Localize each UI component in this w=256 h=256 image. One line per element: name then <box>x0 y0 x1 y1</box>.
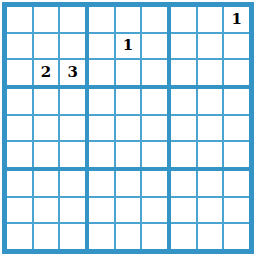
sudoku-cell-r7c2[interactable] <box>34 171 59 196</box>
sudoku-cell-r8c6[interactable] <box>142 198 167 223</box>
sudoku-cell-r1c1[interactable] <box>7 7 32 32</box>
sudoku-cell-r2c8[interactable] <box>198 34 223 59</box>
sudoku-box-r2c1 <box>7 89 85 167</box>
sudoku-cell-r4c5[interactable] <box>116 89 141 114</box>
sudoku-cell-r6c6[interactable] <box>142 142 167 167</box>
sudoku-cell-r1c4[interactable] <box>89 7 114 32</box>
sudoku-box-r1c2: 1 <box>89 7 167 85</box>
sudoku-cell-r9c5[interactable] <box>116 224 141 249</box>
sudoku-cell-r4c7[interactable] <box>171 89 196 114</box>
sudoku-cell-r2c3[interactable] <box>60 34 85 59</box>
sudoku-cell-r7c7[interactable] <box>171 171 196 196</box>
sudoku-cell-r3c6[interactable] <box>142 60 167 85</box>
sudoku-box-r2c2 <box>89 89 167 167</box>
sudoku-box-r3c3 <box>171 171 249 249</box>
sudoku-cell-r5c1[interactable] <box>7 116 32 141</box>
sudoku-cell-r1c6[interactable] <box>142 7 167 32</box>
sudoku-cell-r4c6[interactable] <box>142 89 167 114</box>
sudoku-cell-r6c4[interactable] <box>89 142 114 167</box>
sudoku-cell-r5c7[interactable] <box>171 116 196 141</box>
sudoku-cell-r1c5[interactable] <box>116 7 141 32</box>
sudoku-cell-r4c4[interactable] <box>89 89 114 114</box>
sudoku-cell-r9c8[interactable] <box>198 224 223 249</box>
sudoku-cell-r1c2[interactable] <box>34 7 59 32</box>
sudoku-cell-r4c3[interactable] <box>60 89 85 114</box>
sudoku-cell-r2c7[interactable] <box>171 34 196 59</box>
sudoku-cell-r6c3[interactable] <box>60 142 85 167</box>
sudoku-board: 2311 <box>2 2 254 254</box>
sudoku-cell-r7c4[interactable] <box>89 171 114 196</box>
sudoku-cell-r3c4[interactable] <box>89 60 114 85</box>
sudoku-cell-r3c8[interactable] <box>198 60 223 85</box>
sudoku-cell-r4c9[interactable] <box>224 89 249 114</box>
sudoku-cell-r5c4[interactable] <box>89 116 114 141</box>
sudoku-cell-r6c7[interactable] <box>171 142 196 167</box>
sudoku-cell-r9c9[interactable] <box>224 224 249 249</box>
sudoku-cell-r7c6[interactable] <box>142 171 167 196</box>
sudoku-cell-r4c1[interactable] <box>7 89 32 114</box>
sudoku-cell-r1c8[interactable] <box>198 7 223 32</box>
sudoku-cell-r1c9-given[interactable]: 1 <box>224 7 249 32</box>
sudoku-cell-r7c1[interactable] <box>7 171 32 196</box>
sudoku-cell-r9c6[interactable] <box>142 224 167 249</box>
sudoku-cell-r5c2[interactable] <box>34 116 59 141</box>
sudoku-cell-r2c4[interactable] <box>89 34 114 59</box>
sudoku-cell-r4c2[interactable] <box>34 89 59 114</box>
sudoku-box-r2c3 <box>171 89 249 167</box>
sudoku-cell-r1c3[interactable] <box>60 7 85 32</box>
sudoku-cell-r8c9[interactable] <box>224 198 249 223</box>
sudoku-cell-r5c5[interactable] <box>116 116 141 141</box>
sudoku-box-r3c1 <box>7 171 85 249</box>
sudoku-cell-r8c2[interactable] <box>34 198 59 223</box>
sudoku-cell-r3c2-given[interactable]: 2 <box>34 60 59 85</box>
sudoku-cell-r3c9[interactable] <box>224 60 249 85</box>
sudoku-box-r3c2 <box>89 171 167 249</box>
sudoku-cell-r9c2[interactable] <box>34 224 59 249</box>
sudoku-cell-r3c3-given[interactable]: 3 <box>60 60 85 85</box>
sudoku-cell-r6c1[interactable] <box>7 142 32 167</box>
sudoku-cell-r2c2[interactable] <box>34 34 59 59</box>
sudoku-box-r1c3: 1 <box>171 7 249 85</box>
sudoku-box-r1c1: 23 <box>7 7 85 85</box>
sudoku-cell-r7c8[interactable] <box>198 171 223 196</box>
sudoku-cell-r9c7[interactable] <box>171 224 196 249</box>
sudoku-cell-r6c2[interactable] <box>34 142 59 167</box>
sudoku-cell-r7c5[interactable] <box>116 171 141 196</box>
sudoku-cell-r8c1[interactable] <box>7 198 32 223</box>
sudoku-cell-r5c8[interactable] <box>198 116 223 141</box>
sudoku-cell-r9c1[interactable] <box>7 224 32 249</box>
sudoku-cell-r3c5[interactable] <box>116 60 141 85</box>
sudoku-cell-r5c3[interactable] <box>60 116 85 141</box>
sudoku-cell-r6c5[interactable] <box>116 142 141 167</box>
sudoku-cell-r4c8[interactable] <box>198 89 223 114</box>
sudoku-cell-r5c9[interactable] <box>224 116 249 141</box>
sudoku-cell-r8c7[interactable] <box>171 198 196 223</box>
sudoku-cell-r2c9[interactable] <box>224 34 249 59</box>
sudoku-cell-r8c8[interactable] <box>198 198 223 223</box>
sudoku-cell-r6c9[interactable] <box>224 142 249 167</box>
sudoku-cell-r2c5-given[interactable]: 1 <box>116 34 141 59</box>
sudoku-cell-r9c3[interactable] <box>60 224 85 249</box>
sudoku-cell-r6c8[interactable] <box>198 142 223 167</box>
sudoku-cell-r5c6[interactable] <box>142 116 167 141</box>
sudoku-cell-r7c9[interactable] <box>224 171 249 196</box>
sudoku-cell-r8c3[interactable] <box>60 198 85 223</box>
sudoku-cell-r8c4[interactable] <box>89 198 114 223</box>
sudoku-cell-r1c7[interactable] <box>171 7 196 32</box>
sudoku-cell-r9c4[interactable] <box>89 224 114 249</box>
sudoku-cell-r2c1[interactable] <box>7 34 32 59</box>
sudoku-cell-r3c1[interactable] <box>7 60 32 85</box>
sudoku-cell-r2c6[interactable] <box>142 34 167 59</box>
sudoku-cell-r8c5[interactable] <box>116 198 141 223</box>
sudoku-cell-r3c7[interactable] <box>171 60 196 85</box>
sudoku-cell-r7c3[interactable] <box>60 171 85 196</box>
